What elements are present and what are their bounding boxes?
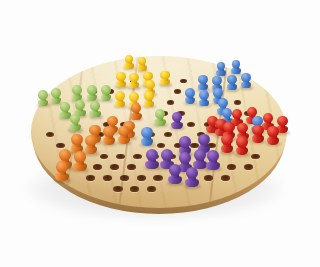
peg-head <box>131 103 141 113</box>
peg-red[interactable] <box>221 134 234 153</box>
peg-blue[interactable] <box>241 73 251 88</box>
board-hole[interactable] <box>167 100 174 105</box>
board-hole[interactable] <box>164 132 172 137</box>
peg-head <box>155 109 166 119</box>
board-hole[interactable] <box>46 132 54 137</box>
peg-head <box>217 62 226 71</box>
board-hole[interactable] <box>234 100 241 105</box>
peg-head <box>70 114 81 124</box>
peg-head <box>227 75 236 84</box>
peg-head <box>179 152 191 164</box>
peg-head <box>138 57 147 65</box>
peg-head <box>172 112 183 122</box>
peg-head <box>237 123 248 134</box>
peg-head <box>267 126 278 137</box>
board-hole[interactable] <box>120 175 129 181</box>
peg-head <box>218 98 228 108</box>
peg-head <box>198 134 210 145</box>
board-hole[interactable] <box>157 143 166 148</box>
peg-head <box>207 150 219 162</box>
peg-blue[interactable] <box>198 75 208 90</box>
peg-blue[interactable] <box>227 75 237 90</box>
peg-yellow[interactable] <box>124 55 133 69</box>
board-hole[interactable] <box>153 175 162 181</box>
peg-green[interactable] <box>154 109 166 126</box>
peg-purple[interactable] <box>206 150 219 170</box>
peg-head <box>146 149 158 161</box>
board-hole[interactable] <box>103 175 112 181</box>
peg-head <box>236 136 248 147</box>
peg-purple[interactable] <box>171 112 183 129</box>
board-hole[interactable] <box>127 164 136 170</box>
board-hole[interactable] <box>187 122 195 127</box>
peg-purple[interactable] <box>145 149 158 169</box>
peg-yellow[interactable] <box>115 91 126 107</box>
peg-green[interactable] <box>69 114 81 131</box>
peg-blue[interactable] <box>216 62 226 76</box>
peg-red[interactable] <box>267 126 279 144</box>
peg-head <box>179 136 191 147</box>
peg-head <box>116 72 125 81</box>
peg-blue[interactable] <box>231 60 241 74</box>
board-hole[interactable] <box>204 175 213 181</box>
peg-purple[interactable] <box>185 167 199 188</box>
peg-orange[interactable] <box>130 103 141 120</box>
board-hole[interactable] <box>244 164 253 170</box>
board-hole[interactable] <box>174 89 181 94</box>
board-hole[interactable] <box>227 164 236 170</box>
peg-orange[interactable] <box>55 161 69 181</box>
peg-head <box>51 88 61 98</box>
peg-head <box>56 161 69 173</box>
peg-head <box>160 71 169 80</box>
peg-head <box>169 164 182 176</box>
peg-head <box>107 116 118 127</box>
peg-head <box>232 60 241 69</box>
peg-head <box>241 73 250 82</box>
peg-head <box>277 116 288 127</box>
peg-head <box>213 88 223 98</box>
peg-head <box>145 80 155 89</box>
peg-orange[interactable] <box>73 151 86 171</box>
peg-head <box>87 85 97 94</box>
peg-head <box>129 92 139 102</box>
peg-head <box>38 90 48 100</box>
pieces-layer <box>0 0 320 267</box>
peg-yellow[interactable] <box>129 73 139 88</box>
peg-head <box>85 135 97 146</box>
peg-head <box>194 149 206 161</box>
peg-head <box>221 134 233 145</box>
peg-head <box>185 88 195 98</box>
peg-yellow[interactable] <box>144 91 155 107</box>
peg-green[interactable] <box>72 85 83 101</box>
peg-head <box>60 102 70 112</box>
peg-red[interactable] <box>252 125 264 143</box>
peg-orange[interactable] <box>118 126 130 144</box>
peg-yellow[interactable] <box>137 57 146 71</box>
peg-blue[interactable] <box>141 127 153 145</box>
peg-head <box>161 149 173 161</box>
peg-head <box>143 72 152 81</box>
peg-head <box>212 76 221 85</box>
board-hole[interactable] <box>56 143 65 148</box>
peg-green[interactable] <box>38 90 49 106</box>
peg-head <box>90 101 100 111</box>
peg-head <box>252 125 263 136</box>
peg-blue[interactable] <box>199 90 210 106</box>
peg-green[interactable] <box>89 101 100 118</box>
peg-head <box>75 100 85 110</box>
board-hole[interactable] <box>221 175 230 181</box>
peg-head <box>125 55 134 63</box>
peg-blue[interactable] <box>185 88 196 104</box>
board-hole[interactable] <box>116 154 125 160</box>
peg-head <box>74 151 86 163</box>
peg-yellow[interactable] <box>116 72 126 87</box>
peg-purple[interactable] <box>193 149 206 169</box>
peg-head <box>72 85 82 94</box>
peg-head <box>129 73 138 82</box>
board-hole[interactable] <box>93 164 102 170</box>
peg-yellow[interactable] <box>160 71 170 86</box>
peg-head <box>141 127 152 138</box>
board-hole[interactable] <box>86 175 95 181</box>
scene <box>0 0 320 267</box>
peg-head <box>89 125 100 136</box>
peg-green[interactable] <box>101 85 112 101</box>
peg-orange[interactable] <box>103 126 115 144</box>
peg-head <box>115 91 125 101</box>
peg-head <box>59 149 71 161</box>
board-hole[interactable] <box>110 164 119 170</box>
peg-head <box>101 85 111 94</box>
board-hole[interactable] <box>130 186 140 192</box>
peg-head <box>103 126 114 137</box>
peg-head <box>232 109 243 119</box>
board-hole[interactable] <box>137 175 146 181</box>
peg-green[interactable] <box>87 85 98 101</box>
board-hole[interactable] <box>113 186 123 192</box>
peg-head <box>198 75 207 84</box>
peg-head <box>263 113 274 123</box>
peg-head <box>186 167 199 179</box>
peg-red[interactable] <box>236 136 249 155</box>
board-hole[interactable] <box>100 154 109 160</box>
peg-head <box>199 90 209 100</box>
peg-head <box>118 126 129 137</box>
board-hole[interactable] <box>147 186 157 192</box>
peg-head <box>144 91 154 101</box>
peg-head <box>223 122 234 133</box>
board-hole[interactable] <box>133 154 142 160</box>
peg-purple[interactable] <box>168 164 182 184</box>
board-hole[interactable] <box>251 154 260 160</box>
board-hole[interactable] <box>180 79 187 83</box>
peg-head <box>71 134 83 145</box>
